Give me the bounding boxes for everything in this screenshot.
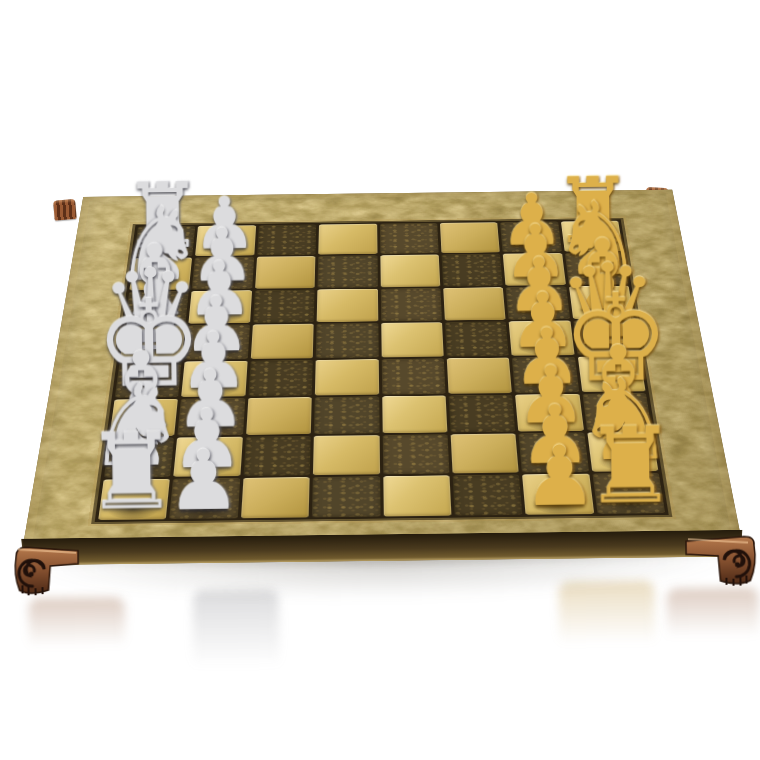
chess-set-photo: ♜♟♟♜♞♟♟♞♝♟♟♝♛♟♟♛♚♟♟♚♝♟♟♝♞♟♟♞♜♟♟♜ xyxy=(0,0,760,760)
front-right-foot xyxy=(684,532,760,589)
piece-white-pawn-h2: ♟ xyxy=(148,445,258,517)
square-g5 xyxy=(382,434,449,474)
square-h4 xyxy=(312,476,380,517)
square-a5 xyxy=(379,223,438,254)
front-left-foot xyxy=(10,544,81,599)
table-group: ♜♟♟♜♞♟♟♞♝♟♟♝♛♟♟♛♚♟♟♚♝♟♟♝♞♟♟♞♜♟♟♜ xyxy=(0,0,760,760)
square-c4 xyxy=(317,289,378,323)
square-h2: ♟ xyxy=(169,478,240,519)
square-f5 xyxy=(382,395,448,433)
reflection-left-foot xyxy=(29,597,126,656)
square-h8: ♜ xyxy=(592,473,665,514)
square-c5 xyxy=(380,288,441,322)
square-g4 xyxy=(313,435,379,475)
piece-black-rook-h8: ♜ xyxy=(575,421,685,511)
chess-board: ♜♟♟♜♞♟♟♞♝♟♟♝♛♟♟♛♚♟♟♚♝♟♟♝♞♟♟♞♜♟♟♜ xyxy=(20,190,745,565)
board-grid: ♜♟♟♜♞♟♟♞♝♟♟♝♛♟♟♛♚♟♟♚♝♟♟♝♞♟♟♞♜♟♟♜ xyxy=(95,219,669,522)
reflection-right-foot xyxy=(667,587,760,646)
square-e5 xyxy=(381,358,445,394)
square-f4 xyxy=(314,396,379,434)
rear-left-foot xyxy=(53,199,77,221)
square-e4 xyxy=(315,359,379,395)
reflection-silver-pieces xyxy=(193,589,280,686)
